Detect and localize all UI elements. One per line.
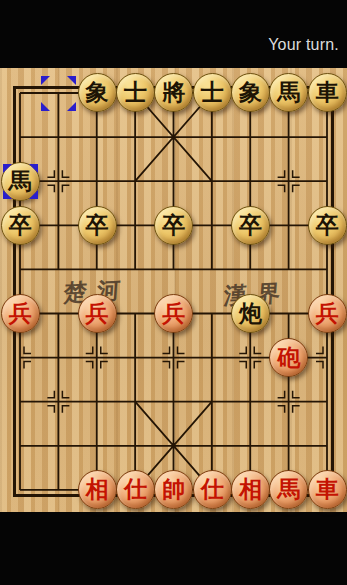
black-soldier-glyph: 卒: [86, 214, 109, 237]
turn-status-text: Your turn.: [268, 36, 339, 54]
black-cannon[interactable]: 炮: [231, 294, 270, 333]
red-soldier-glyph: 兵: [86, 302, 109, 325]
black-soldier[interactable]: 卒: [231, 206, 270, 245]
black-soldier[interactable]: 卒: [154, 206, 193, 245]
red-cannon-glyph: 砲: [277, 346, 300, 369]
black-chariot[interactable]: 車: [308, 73, 347, 112]
red-advisor-glyph: 仕: [201, 478, 224, 501]
black-elephant-glyph: 象: [239, 81, 262, 104]
red-elephant-glyph: 相: [239, 478, 262, 501]
black-soldier-glyph: 卒: [239, 214, 262, 237]
black-advisor-glyph: 士: [201, 81, 224, 104]
red-advisor[interactable]: 仕: [116, 470, 155, 509]
app-screen: Your turn. 楚河 漢界 象士將士象馬車馬卒卒卒卒卒炮兵兵兵兵砲相仕帥仕…: [0, 0, 347, 585]
black-horse[interactable]: 馬: [269, 73, 308, 112]
red-soldier[interactable]: 兵: [1, 294, 40, 333]
last-move-from-marker: [41, 76, 76, 111]
red-elephant[interactable]: 相: [78, 470, 117, 509]
black-soldier-glyph: 卒: [316, 214, 339, 237]
red-cannon[interactable]: 砲: [269, 338, 308, 377]
black-general-glyph: 將: [162, 81, 185, 104]
black-elephant[interactable]: 象: [78, 73, 117, 112]
red-soldier-glyph: 兵: [316, 302, 339, 325]
pieces-grid: 象士將士象馬車馬卒卒卒卒卒炮兵兵兵兵砲相仕帥仕相馬車: [1, 71, 346, 512]
red-horse-glyph: 馬: [277, 478, 300, 501]
black-elephant-glyph: 象: [86, 81, 109, 104]
bottom-bar: [0, 512, 347, 585]
red-advisor[interactable]: 仕: [193, 470, 232, 509]
red-horse[interactable]: 馬: [269, 470, 308, 509]
red-general-glyph: 帥: [162, 478, 185, 501]
red-general[interactable]: 帥: [154, 470, 193, 509]
red-soldier-glyph: 兵: [9, 302, 32, 325]
black-elephant[interactable]: 象: [231, 73, 270, 112]
black-cannon-glyph: 炮: [239, 302, 262, 325]
red-soldier[interactable]: 兵: [154, 294, 193, 333]
xiangqi-board[interactable]: 楚河 漢界 象士將士象馬車馬卒卒卒卒卒炮兵兵兵兵砲相仕帥仕相馬車: [0, 68, 347, 512]
red-advisor-glyph: 仕: [124, 478, 147, 501]
red-chariot-glyph: 車: [316, 478, 339, 501]
black-chariot-glyph: 車: [316, 81, 339, 104]
red-soldier[interactable]: 兵: [308, 294, 347, 333]
last-move-to-marker: [3, 164, 38, 199]
black-soldier[interactable]: 卒: [1, 206, 40, 245]
black-soldier[interactable]: 卒: [308, 206, 347, 245]
black-soldier[interactable]: 卒: [78, 206, 117, 245]
black-advisor-glyph: 士: [124, 81, 147, 104]
black-soldier-glyph: 卒: [9, 214, 32, 237]
black-advisor[interactable]: 士: [116, 73, 155, 112]
black-soldier-glyph: 卒: [162, 214, 185, 237]
red-soldier-glyph: 兵: [162, 302, 185, 325]
red-soldier[interactable]: 兵: [78, 294, 117, 333]
black-advisor[interactable]: 士: [193, 73, 232, 112]
red-elephant[interactable]: 相: [231, 470, 270, 509]
status-bar: Your turn.: [0, 0, 347, 68]
black-horse-glyph: 馬: [277, 81, 300, 104]
red-chariot[interactable]: 車: [308, 470, 347, 509]
black-general[interactable]: 將: [154, 73, 193, 112]
red-elephant-glyph: 相: [86, 478, 109, 501]
